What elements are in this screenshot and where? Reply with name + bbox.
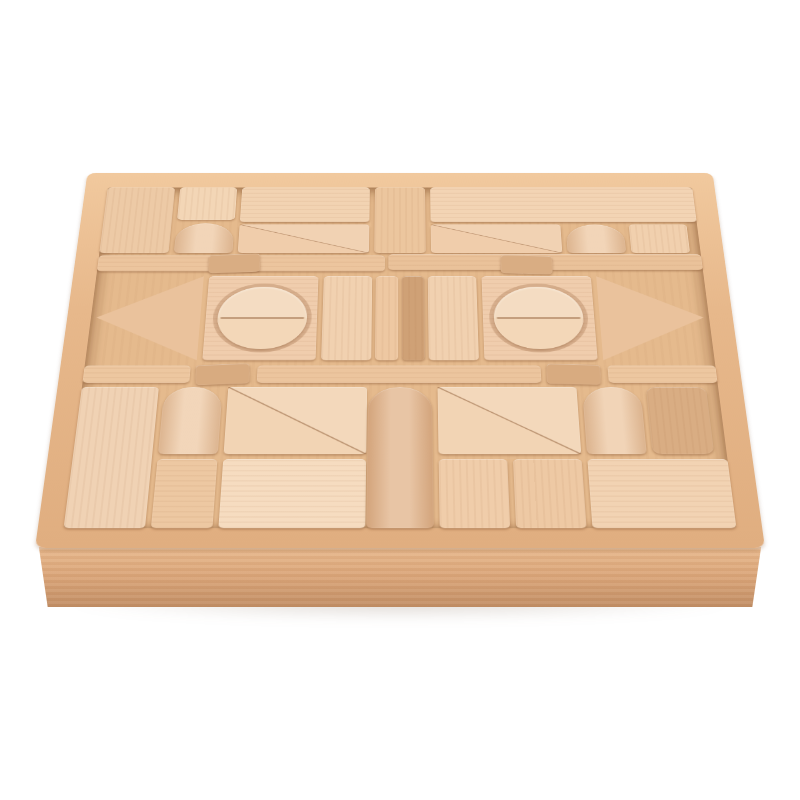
bottom-center-round-top-block bbox=[366, 387, 433, 528]
disc-horizontal-seam bbox=[220, 317, 304, 319]
middle-triangle-left-block bbox=[91, 276, 204, 360]
top-left-wide-rect-block bbox=[240, 188, 370, 223]
diagonal-seam bbox=[431, 225, 563, 254]
middle-triangle-right-block bbox=[596, 276, 709, 360]
tray-blocks-layer bbox=[35, 173, 765, 548]
bottom-right-diagonal-rect-block bbox=[438, 387, 582, 454]
disc-horizontal-seam bbox=[497, 317, 581, 319]
top-right-cube-block bbox=[629, 225, 690, 254]
top-left-cylinder-block bbox=[174, 223, 235, 253]
upper-tilted-tile-left-block bbox=[208, 253, 260, 273]
diagonal-seam bbox=[224, 387, 368, 454]
top-left-small-rect-block bbox=[177, 188, 237, 220]
bottom-left-cylinder-block bbox=[158, 387, 223, 454]
lower-tilted-tile-right-block bbox=[546, 364, 601, 385]
top-center-plank-block bbox=[374, 188, 425, 254]
upper-tilted-tile-right-block bbox=[501, 255, 553, 274]
top-right-cylinder-block bbox=[566, 225, 627, 254]
middle-plank-wide-right-block bbox=[428, 276, 479, 360]
bottom-left-cube-block bbox=[151, 459, 218, 528]
bottom-right-rounded-cube-block bbox=[646, 387, 714, 454]
diagonal-seam bbox=[438, 387, 582, 454]
top-right-diagonal-rect-block bbox=[431, 225, 563, 254]
bottom-right-square-1-block bbox=[439, 459, 511, 528]
lower-rail-left-rect-block bbox=[82, 366, 190, 383]
lower-tilted-tile-left-block bbox=[195, 363, 249, 385]
tray-front-face bbox=[33, 547, 767, 607]
lower-rail-right-rect-block bbox=[607, 366, 717, 383]
bottom-right-wide-rect-block bbox=[587, 459, 736, 528]
tray-board bbox=[35, 173, 765, 548]
top-left-vertical-slab-block bbox=[99, 188, 175, 254]
product-photo-scene bbox=[0, 0, 800, 800]
middle-plank-wide-left-block bbox=[321, 276, 372, 360]
bottom-left-wide-rect-block bbox=[218, 459, 366, 528]
bottom-right-square-2-block bbox=[513, 459, 587, 528]
middle-plank-narrow-left-block bbox=[375, 276, 398, 360]
top-right-long-rect-block bbox=[430, 188, 697, 223]
middle-plank-narrow-dark-block bbox=[402, 276, 425, 360]
bottom-right-cylinder-block bbox=[582, 387, 647, 454]
bottom-left-diagonal-rect-block bbox=[224, 387, 368, 454]
bottom-left-vertical-slab-block bbox=[64, 387, 159, 528]
top-left-diagonal-rect-block bbox=[238, 225, 370, 254]
diagonal-seam bbox=[238, 225, 370, 254]
lower-rail-center-block bbox=[257, 366, 542, 383]
